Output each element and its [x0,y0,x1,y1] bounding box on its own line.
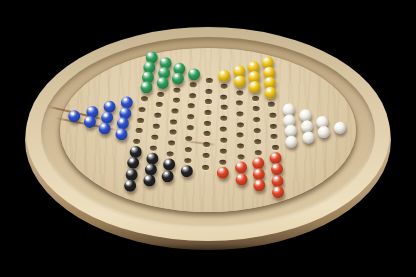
board-hole[interactable] [205,89,212,94]
marble-blue[interactable] [68,110,81,123]
specular-highlight [144,73,147,76]
board-hole[interactable] [153,124,160,129]
specular-highlight [255,159,258,162]
marble-black[interactable] [181,165,194,178]
marble-black[interactable] [162,170,175,183]
board-hole[interactable] [253,117,260,122]
marble-red[interactable] [252,157,265,170]
specular-highlight [117,130,120,133]
specular-highlight [122,109,125,112]
board-hole[interactable] [269,112,276,117]
board-hole[interactable] [171,108,178,113]
board-hole[interactable] [236,111,243,116]
specular-highlight [321,128,324,131]
specular-highlight [159,79,162,82]
marble-white[interactable] [285,136,298,149]
board-hole[interactable] [201,165,208,170]
specular-highlight [303,122,306,125]
specular-highlight [256,170,259,173]
specular-highlight [250,62,253,65]
specular-highlight [220,169,223,172]
board-hole[interactable] [252,106,259,111]
specular-highlight [160,69,163,72]
marble-blue[interactable] [99,122,112,135]
board-hole[interactable] [220,105,227,110]
marble-white[interactable] [333,122,346,135]
specular-highlight [147,165,150,168]
holes-and-marbles-layer [0,0,416,277]
board-hole[interactable] [253,128,260,133]
board-hole[interactable] [254,139,261,144]
marble-black[interactable] [143,175,156,188]
board-hole[interactable] [170,119,177,124]
marble-red[interactable] [272,186,285,199]
board-hole[interactable] [220,84,227,89]
specular-highlight [285,105,288,108]
specular-highlight [89,107,92,110]
specular-highlight [86,118,89,121]
board-hole[interactable] [268,102,275,107]
board-hole[interactable] [203,131,210,136]
marble-red[interactable] [253,179,266,192]
board-hole[interactable] [150,145,157,150]
marble-yellow[interactable] [218,69,231,82]
specular-highlight [146,63,149,66]
board-hole[interactable] [151,134,158,139]
specular-highlight [287,127,290,130]
marble-black[interactable] [146,152,159,165]
board-hole[interactable] [202,142,209,147]
specular-highlight [162,59,165,62]
specular-highlight [71,112,74,115]
board-hole[interactable] [237,122,244,127]
marble-red[interactable] [217,166,230,179]
specular-highlight [286,116,289,119]
marble-white[interactable] [318,126,331,139]
specular-highlight [166,160,169,163]
marble-black[interactable] [125,168,138,181]
specular-highlight [237,164,240,167]
marble-black[interactable] [144,163,157,176]
specular-highlight [104,114,107,117]
specular-highlight [221,71,224,74]
specular-highlight [102,124,105,127]
board-hole[interactable] [204,110,211,115]
specular-highlight [191,70,194,73]
specular-highlight [132,148,135,151]
board-hole[interactable] [237,155,244,160]
specular-highlight [143,83,146,86]
specular-highlight [124,98,127,101]
specular-highlight [128,170,131,173]
specular-highlight [251,83,254,86]
specular-highlight [266,68,269,71]
marble-red[interactable] [235,173,248,186]
board-hole[interactable] [220,116,227,121]
board-hole[interactable] [168,141,175,146]
board-hole[interactable] [220,137,227,142]
board-hole[interactable] [184,158,191,163]
marble-yellow[interactable] [265,87,278,100]
marble-red[interactable] [235,162,248,175]
marble-blue[interactable] [83,116,96,129]
board-hole[interactable] [186,136,193,141]
board-hole[interactable] [237,133,244,138]
board-hole[interactable] [252,96,259,101]
specular-highlight [267,89,270,92]
board-hole[interactable] [169,130,176,135]
board-hole[interactable] [156,102,163,107]
specular-highlight [305,133,308,136]
board-hole[interactable] [188,104,195,109]
specular-highlight [272,154,275,157]
specular-highlight [302,111,305,114]
specular-highlight [336,124,339,127]
specular-highlight [149,154,152,157]
marble-yellow[interactable] [233,75,246,88]
board-hole[interactable] [220,126,227,131]
specular-highlight [175,74,178,77]
marble-black[interactable] [124,180,137,193]
board-hole[interactable] [219,160,226,165]
specular-highlight [256,182,259,185]
board-hole[interactable] [205,78,212,83]
marble-blue[interactable] [115,128,128,141]
board-hole[interactable] [135,128,142,133]
board-hole[interactable] [137,117,144,122]
specular-highlight [176,64,179,67]
board-hole[interactable] [141,96,148,101]
board-hole[interactable] [204,99,211,104]
board-hole[interactable] [187,114,194,119]
photo-background [0,0,416,277]
board-hole[interactable] [236,90,243,95]
board-hole[interactable] [271,145,278,150]
board-hole[interactable] [157,92,164,97]
specular-highlight [266,78,269,81]
specular-highlight [107,103,110,106]
specular-highlight [126,182,129,185]
specular-highlight [183,167,186,170]
specular-highlight [288,138,291,141]
specular-highlight [146,177,149,180]
marble-green[interactable] [188,68,201,81]
marble-yellow[interactable] [249,81,262,94]
marble-red[interactable] [270,163,283,176]
specular-highlight [130,159,133,162]
specular-highlight [236,77,239,80]
marble-green[interactable] [172,72,185,85]
board-hole[interactable] [186,125,193,130]
specular-highlight [148,53,151,56]
board-hole[interactable] [236,100,243,105]
board-hole[interactable] [185,147,192,152]
board-hole[interactable] [139,107,146,112]
board-hole[interactable] [237,144,244,149]
marble-green[interactable] [156,77,169,90]
specular-highlight [236,67,239,70]
specular-highlight [251,73,254,76]
board-hole[interactable] [220,148,227,153]
marble-red[interactable] [271,174,284,187]
specular-highlight [238,175,241,178]
board-hole[interactable] [174,87,181,92]
specular-highlight [273,165,276,168]
specular-highlight [274,177,277,180]
specular-highlight [319,117,322,120]
board-hole[interactable] [220,94,227,99]
board-hole[interactable] [270,123,277,128]
board-hole[interactable] [202,153,209,158]
specular-highlight [120,120,123,123]
specular-highlight [265,58,268,61]
board-hole[interactable] [167,152,174,157]
board-hole[interactable] [189,93,196,98]
board-hole[interactable] [254,150,261,155]
board-hole[interactable] [271,134,278,139]
marble-red[interactable] [253,168,266,181]
marble-black[interactable] [163,158,176,171]
board-hole[interactable] [172,98,179,103]
board-hole[interactable] [154,113,161,118]
marble-green[interactable] [140,81,153,94]
specular-highlight [165,172,168,175]
board-hole[interactable] [133,139,140,144]
specular-highlight [275,188,278,191]
marble-black[interactable] [127,157,140,170]
board-hole[interactable] [190,83,197,88]
marble-white[interactable] [302,131,315,144]
board-hole[interactable] [203,120,210,125]
